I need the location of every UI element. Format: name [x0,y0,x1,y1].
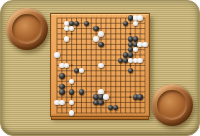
stone-black[interactable] [69,89,74,94]
stone-black[interactable] [128,52,133,57]
stone-black[interactable] [59,89,64,94]
stone-black[interactable] [98,42,103,47]
stone-white[interactable] [133,21,138,26]
stone-white[interactable] [98,31,103,36]
stone-black[interactable] [137,94,142,99]
stone-white[interactable] [93,36,98,41]
stone-white[interactable] [98,63,103,68]
stone-black[interactable] [98,100,103,105]
go-board [50,13,150,120]
stone-white[interactable] [142,42,147,47]
stone-bowl-bottom-right [151,84,193,126]
stone-white[interactable] [137,15,142,20]
stone-black[interactable] [123,21,128,26]
stone-white[interactable] [137,58,142,63]
stone-white[interactable] [69,110,74,115]
stone-white[interactable] [59,100,64,105]
board-front-edge [51,117,149,120]
stone-black[interactable] [93,26,98,31]
stone-black[interactable] [79,89,84,94]
bowl-lid [157,90,187,120]
board-surface[interactable] [50,13,150,117]
stone-bowl-top-left [6,8,48,50]
stone-black[interactable] [59,73,64,78]
stone-black[interactable] [133,36,138,41]
stone-black[interactable] [84,21,89,26]
go-game-screenshot [0,0,200,136]
stone-white[interactable] [54,52,59,57]
stone-white[interactable] [103,94,108,99]
bowl-lid [12,14,42,44]
